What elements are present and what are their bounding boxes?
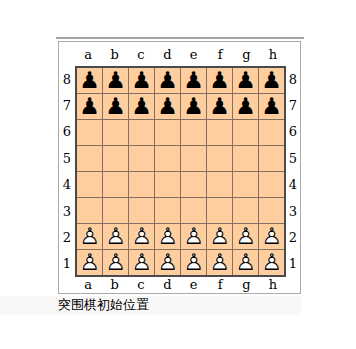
file-label-g: g (233, 42, 259, 68)
horizontal-rule (56, 37, 304, 39)
black-pawn: ♟ (183, 68, 204, 93)
white-pawn-outline: ♙ (103, 250, 128, 275)
file-label-g: g (233, 277, 259, 293)
square-e1: ♟♙ (181, 250, 206, 275)
white-pawn-outline: ♙ (181, 250, 206, 275)
rank-label-5: 5 (59, 145, 75, 171)
file-label-d: d (154, 277, 180, 293)
black-pawn: ♟ (131, 94, 152, 119)
white-pawn-outline: ♙ (129, 224, 154, 249)
black-pawn: ♟ (183, 94, 204, 119)
square-c4 (129, 172, 154, 197)
rank-label-6: 6 (59, 119, 75, 145)
white-pawn: ♟♙ (129, 250, 154, 275)
square-b6 (103, 120, 128, 145)
rank-label-3: 3 (286, 198, 300, 224)
square-a6 (77, 120, 102, 145)
rank-label-7: 7 (286, 92, 300, 118)
board-thumbnail-image[interactable]: abcdefgh 87654321 ♟♟♟♟♟♟♟♟♟♟♟♟♟♟♟♟♟♙♟♙♟♙… (58, 41, 301, 294)
white-pawn: ♟♙ (77, 250, 102, 275)
file-label-c: c (128, 42, 154, 68)
white-pawn-outline: ♙ (155, 224, 180, 249)
square-e2: ♟♙ (181, 224, 206, 249)
rank-label-1: 1 (59, 251, 75, 277)
square-a3 (77, 198, 102, 223)
black-pawn: ♟ (79, 68, 100, 93)
square-g4 (233, 172, 258, 197)
white-pawn-outline: ♙ (259, 224, 284, 249)
white-pawn: ♟♙ (207, 224, 232, 249)
square-h4 (259, 172, 284, 197)
white-pawn: ♟♙ (103, 250, 128, 275)
white-pawn: ♟♙ (259, 224, 284, 249)
white-pawn: ♟♙ (181, 250, 206, 275)
square-c2: ♟♙ (129, 224, 154, 249)
square-d5 (155, 146, 180, 171)
square-d3 (155, 198, 180, 223)
white-pawn: ♟♙ (233, 250, 258, 275)
file-label-f: f (207, 42, 233, 68)
white-pawn-outline: ♙ (77, 250, 102, 275)
file-labels-bottom: abcdefgh (75, 277, 286, 293)
rank-label-4: 4 (59, 172, 75, 198)
white-pawn: ♟♙ (233, 224, 258, 249)
square-e7: ♟ (181, 94, 206, 119)
white-pawn: ♟♙ (259, 250, 284, 275)
square-c1: ♟♙ (129, 250, 154, 275)
file-label-d: d (154, 42, 180, 68)
image-caption: 突围棋初始位置 (58, 296, 149, 315)
square-h3 (259, 198, 284, 223)
rank-label-1: 1 (286, 251, 300, 277)
square-g2: ♟♙ (233, 224, 258, 249)
rank-label-7: 7 (59, 92, 75, 118)
square-g1: ♟♙ (233, 250, 258, 275)
square-a4 (77, 172, 102, 197)
file-label-h: h (260, 42, 286, 68)
square-f3 (207, 198, 232, 223)
square-c8: ♟ (129, 68, 154, 93)
square-f7: ♟ (207, 94, 232, 119)
white-pawn-outline: ♙ (77, 224, 102, 249)
white-pawn-outline: ♙ (103, 224, 128, 249)
file-label-f: f (207, 277, 233, 293)
file-label-e: e (181, 277, 207, 293)
square-e4 (181, 172, 206, 197)
page: { "game": "Breakthrough (突围棋), 8x8 chess… (0, 0, 356, 349)
square-g7: ♟ (233, 94, 258, 119)
square-h8: ♟ (259, 68, 284, 93)
square-e8: ♟ (181, 68, 206, 93)
square-e3 (181, 198, 206, 223)
white-pawn-outline: ♙ (129, 250, 154, 275)
breakthrough-board: ♟♟♟♟♟♟♟♟♟♟♟♟♟♟♟♟♟♙♟♙♟♙♟♙♟♙♟♙♟♙♟♙♟♙♟♙♟♙♟♙… (75, 66, 286, 277)
caption-band: 突围棋初始位置 (0, 296, 302, 315)
square-h2: ♟♙ (259, 224, 284, 249)
white-pawn: ♟♙ (181, 224, 206, 249)
white-pawn-outline: ♙ (233, 224, 258, 249)
square-c7: ♟ (129, 94, 154, 119)
file-label-b: b (101, 42, 127, 68)
black-pawn: ♟ (105, 94, 126, 119)
white-pawn-outline: ♙ (259, 250, 284, 275)
square-e5 (181, 146, 206, 171)
rank-label-4: 4 (286, 172, 300, 198)
white-pawn-outline: ♙ (207, 250, 232, 275)
square-d7: ♟ (155, 94, 180, 119)
white-pawn-outline: ♙ (233, 250, 258, 275)
square-h1: ♟♙ (259, 250, 284, 275)
square-a2: ♟♙ (77, 224, 102, 249)
square-f2: ♟♙ (207, 224, 232, 249)
square-c6 (129, 120, 154, 145)
rank-labels-right: 87654321 (286, 66, 300, 277)
square-h7: ♟ (259, 94, 284, 119)
black-pawn: ♟ (105, 68, 126, 93)
rank-label-2: 2 (59, 224, 75, 250)
black-pawn: ♟ (235, 68, 256, 93)
file-label-a: a (75, 277, 101, 293)
white-pawn: ♟♙ (129, 224, 154, 249)
square-h5 (259, 146, 284, 171)
black-pawn: ♟ (209, 68, 230, 93)
white-pawn: ♟♙ (77, 224, 102, 249)
file-label-c: c (128, 277, 154, 293)
square-f4 (207, 172, 232, 197)
rank-label-6: 6 (286, 119, 300, 145)
black-pawn: ♟ (261, 94, 282, 119)
square-d1: ♟♙ (155, 250, 180, 275)
square-e6 (181, 120, 206, 145)
square-d6 (155, 120, 180, 145)
square-b8: ♟ (103, 68, 128, 93)
square-d2: ♟♙ (155, 224, 180, 249)
black-pawn: ♟ (157, 94, 178, 119)
square-f8: ♟ (207, 68, 232, 93)
square-g6 (233, 120, 258, 145)
square-f5 (207, 146, 232, 171)
square-c3 (129, 198, 154, 223)
square-b5 (103, 146, 128, 171)
square-a5 (77, 146, 102, 171)
file-label-e: e (181, 42, 207, 68)
square-h6 (259, 120, 284, 145)
file-labels-top: abcdefgh (75, 42, 286, 66)
file-label-a: a (75, 42, 101, 68)
white-pawn: ♟♙ (103, 224, 128, 249)
black-pawn: ♟ (157, 68, 178, 93)
rank-label-8: 8 (286, 66, 300, 92)
square-d4 (155, 172, 180, 197)
white-pawn-outline: ♙ (155, 250, 180, 275)
square-a7: ♟ (77, 94, 102, 119)
square-d8: ♟ (155, 68, 180, 93)
white-pawn-outline: ♙ (207, 224, 232, 249)
square-b2: ♟♙ (103, 224, 128, 249)
white-pawn: ♟♙ (155, 224, 180, 249)
rank-labels-left: 87654321 (59, 66, 75, 277)
square-g3 (233, 198, 258, 223)
rank-label-8: 8 (59, 66, 75, 92)
square-g5 (233, 146, 258, 171)
white-pawn: ♟♙ (155, 250, 180, 275)
black-pawn: ♟ (261, 68, 282, 93)
black-pawn: ♟ (79, 94, 100, 119)
square-f1: ♟♙ (207, 250, 232, 275)
square-f6 (207, 120, 232, 145)
black-pawn: ♟ (209, 94, 230, 119)
rank-label-5: 5 (286, 145, 300, 171)
rank-label-2: 2 (286, 224, 300, 250)
square-b7: ♟ (103, 94, 128, 119)
square-a8: ♟ (77, 68, 102, 93)
white-pawn: ♟♙ (207, 250, 232, 275)
black-pawn: ♟ (235, 94, 256, 119)
white-pawn-outline: ♙ (181, 224, 206, 249)
black-pawn: ♟ (131, 68, 152, 93)
file-label-b: b (101, 277, 127, 293)
file-label-h: h (260, 277, 286, 293)
square-a1: ♟♙ (77, 250, 102, 275)
square-c5 (129, 146, 154, 171)
square-b1: ♟♙ (103, 250, 128, 275)
rank-label-3: 3 (59, 198, 75, 224)
square-g8: ♟ (233, 68, 258, 93)
square-b3 (103, 198, 128, 223)
square-b4 (103, 172, 128, 197)
